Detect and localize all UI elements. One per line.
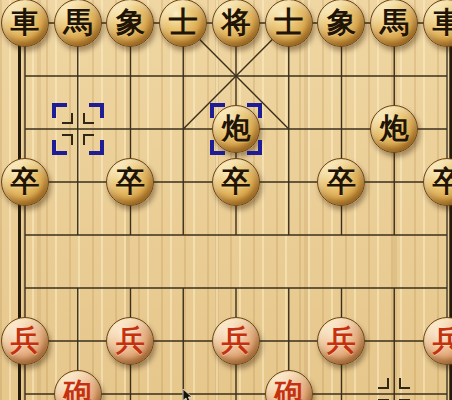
red-soldier-2[interactable]: 兵 bbox=[106, 317, 154, 365]
tl-corner bbox=[52, 103, 67, 118]
br-corner bbox=[247, 140, 262, 155]
black-advisor-left[interactable]: 士 bbox=[159, 0, 207, 47]
tl-corner bbox=[378, 378, 389, 389]
piece-glyph: 卒 bbox=[116, 167, 145, 196]
red-cannon-center[interactable]: 砲 bbox=[265, 370, 313, 400]
red-soldier-5[interactable]: 兵 bbox=[423, 317, 452, 365]
piece-glyph: 象 bbox=[327, 8, 356, 37]
mouse-cursor bbox=[182, 389, 195, 400]
selection-bracket-move-origin bbox=[52, 103, 104, 155]
piece-glyph: 兵 bbox=[327, 326, 356, 355]
piece-glyph: 士 bbox=[169, 8, 198, 37]
red-soldier-4[interactable]: 兵 bbox=[317, 317, 365, 365]
black-general[interactable]: 将 bbox=[212, 0, 260, 47]
black-chariot-left[interactable]: 車 bbox=[1, 0, 49, 47]
piece-glyph: 馬 bbox=[63, 8, 92, 37]
black-soldier-2[interactable]: 卒 bbox=[106, 158, 154, 206]
black-soldier-5[interactable]: 卒 bbox=[423, 158, 452, 206]
red-soldier-1[interactable]: 兵 bbox=[1, 317, 49, 365]
black-soldier-4[interactable]: 卒 bbox=[317, 158, 365, 206]
piece-glyph: 兵 bbox=[432, 326, 452, 355]
red-cannon-left[interactable]: 砲 bbox=[54, 370, 102, 400]
piece-glyph: 卒 bbox=[221, 167, 250, 196]
piece-glyph: 兵 bbox=[221, 326, 250, 355]
black-elephant-right[interactable]: 象 bbox=[317, 0, 365, 47]
black-horse-right[interactable]: 馬 bbox=[370, 0, 418, 47]
selection-bracket-move-destination bbox=[210, 103, 262, 155]
black-chariot-right[interactable]: 車 bbox=[423, 0, 452, 47]
red-soldier-3[interactable]: 兵 bbox=[212, 317, 260, 365]
bl-corner bbox=[210, 140, 225, 155]
piece-glyph: 砲 bbox=[274, 379, 303, 400]
black-advisor-right[interactable]: 士 bbox=[265, 0, 313, 47]
black-cannon-right[interactable]: 炮 bbox=[370, 105, 418, 153]
br-corner bbox=[89, 140, 104, 155]
tr-corner bbox=[399, 378, 410, 389]
piece-glyph: 将 bbox=[221, 8, 250, 37]
piece-glyph: 車 bbox=[432, 8, 452, 37]
piece-glyph: 卒 bbox=[327, 167, 356, 196]
tr-corner bbox=[247, 103, 262, 118]
piece-glyph: 兵 bbox=[116, 326, 145, 355]
piece-glyph: 砲 bbox=[63, 379, 92, 400]
xiangqi-board[interactable]: 車馬象士将士象馬車炮炮卒卒卒卒卒兵兵兵兵兵砲砲 bbox=[0, 0, 452, 400]
piece-glyph: 象 bbox=[116, 8, 145, 37]
tl-corner bbox=[210, 103, 225, 118]
piece-glyph: 車 bbox=[10, 8, 39, 37]
piece-glyph: 炮 bbox=[380, 114, 409, 143]
black-soldier-1[interactable]: 卒 bbox=[1, 158, 49, 206]
bl-corner bbox=[52, 140, 67, 155]
black-elephant-left[interactable]: 象 bbox=[106, 0, 154, 47]
black-horse-left[interactable]: 馬 bbox=[54, 0, 102, 47]
board-intersections[interactable]: 車馬象士将士象馬車炮炮卒卒卒卒卒兵兵兵兵兵砲砲 bbox=[0, 0, 452, 400]
piece-glyph: 卒 bbox=[10, 167, 39, 196]
point-marker bbox=[377, 377, 411, 400]
piece-glyph: 馬 bbox=[380, 8, 409, 37]
tr-corner bbox=[89, 103, 104, 118]
black-soldier-3[interactable]: 卒 bbox=[212, 158, 260, 206]
piece-glyph: 兵 bbox=[10, 326, 39, 355]
piece-glyph: 士 bbox=[274, 8, 303, 37]
piece-glyph: 卒 bbox=[432, 167, 452, 196]
